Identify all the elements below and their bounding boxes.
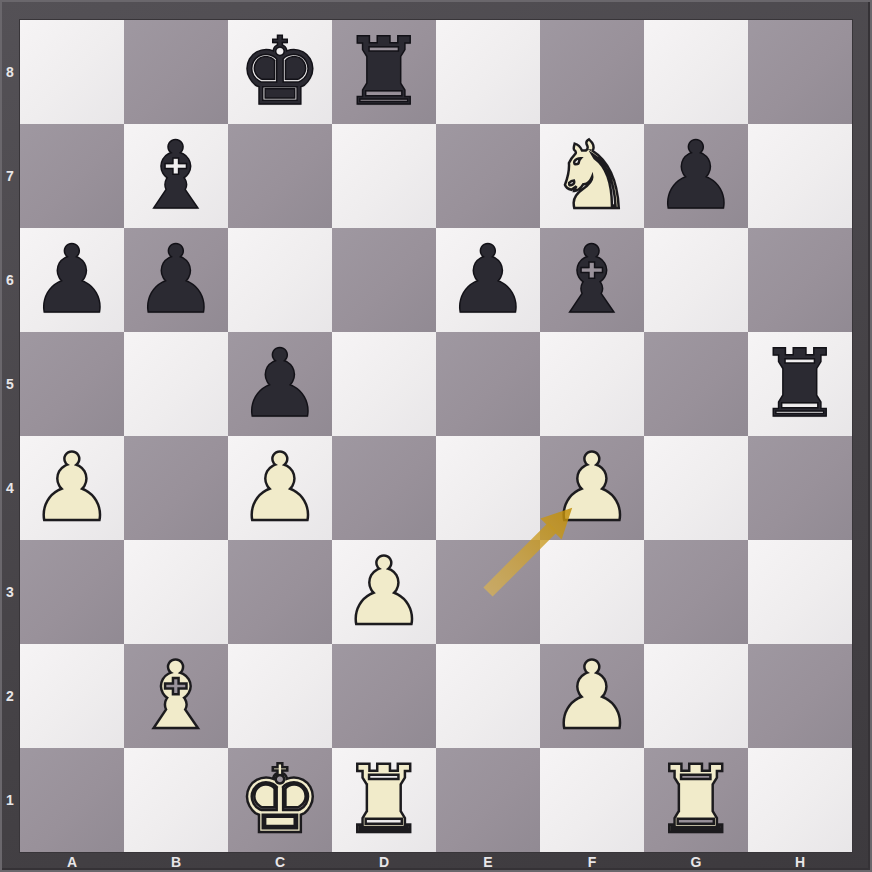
square-f8[interactable]	[540, 20, 644, 124]
square-d3[interactable]: ♟	[332, 540, 436, 644]
black-pawn-e6[interactable]: ♟	[446, 228, 530, 332]
square-g1[interactable]: ♜	[644, 748, 748, 852]
square-h8[interactable]	[748, 20, 852, 124]
rank-labels: 87654321	[0, 20, 20, 852]
square-c6[interactable]	[228, 228, 332, 332]
white-knight-f7[interactable]: ♞	[550, 124, 634, 228]
square-c4[interactable]: ♟	[228, 436, 332, 540]
black-pawn-a6[interactable]: ♟	[30, 228, 114, 332]
square-e7[interactable]	[436, 124, 540, 228]
square-a5[interactable]	[20, 332, 124, 436]
square-e4[interactable]	[436, 436, 540, 540]
square-b7[interactable]: ♝	[124, 124, 228, 228]
square-b4[interactable]	[124, 436, 228, 540]
rank-label-2: 2	[0, 644, 20, 748]
square-g3[interactable]	[644, 540, 748, 644]
square-d7[interactable]	[332, 124, 436, 228]
square-g6[interactable]	[644, 228, 748, 332]
square-a3[interactable]	[20, 540, 124, 644]
square-g7[interactable]: ♟	[644, 124, 748, 228]
square-g8[interactable]	[644, 20, 748, 124]
square-c2[interactable]	[228, 644, 332, 748]
square-g2[interactable]	[644, 644, 748, 748]
square-f2[interactable]: ♟	[540, 644, 644, 748]
square-c1[interactable]: ♚	[228, 748, 332, 852]
white-pawn-f4[interactable]: ♟	[550, 436, 634, 540]
square-f7[interactable]: ♞	[540, 124, 644, 228]
square-h1[interactable]	[748, 748, 852, 852]
chess-board[interactable]: ♚♜♝♞♟♟♟♟♝♟♜♟♟♟♟♝♟♚♜♜	[20, 20, 852, 852]
rank-label-5: 5	[0, 332, 20, 436]
rank-label-3: 3	[0, 540, 20, 644]
square-a2[interactable]	[20, 644, 124, 748]
square-d6[interactable]	[332, 228, 436, 332]
square-b1[interactable]	[124, 748, 228, 852]
square-a6[interactable]: ♟	[20, 228, 124, 332]
rank-label-4: 4	[0, 436, 20, 540]
square-d2[interactable]	[332, 644, 436, 748]
square-a4[interactable]: ♟	[20, 436, 124, 540]
square-f6[interactable]: ♝	[540, 228, 644, 332]
file-label-G: G	[644, 852, 748, 872]
file-label-E: E	[436, 852, 540, 872]
square-f3[interactable]	[540, 540, 644, 644]
rank-label-1: 1	[0, 748, 20, 852]
square-e5[interactable]	[436, 332, 540, 436]
black-rook-h5[interactable]: ♜	[758, 332, 842, 436]
file-label-A: A	[20, 852, 124, 872]
square-d1[interactable]: ♜	[332, 748, 436, 852]
file-label-F: F	[540, 852, 644, 872]
file-labels: ABCDEFGH	[20, 852, 852, 872]
black-pawn-g7[interactable]: ♟	[654, 124, 738, 228]
square-e1[interactable]	[436, 748, 540, 852]
square-b5[interactable]	[124, 332, 228, 436]
square-a1[interactable]	[20, 748, 124, 852]
square-g4[interactable]	[644, 436, 748, 540]
file-label-H: H	[748, 852, 852, 872]
square-f4[interactable]: ♟	[540, 436, 644, 540]
square-e8[interactable]	[436, 20, 540, 124]
square-d4[interactable]	[332, 436, 436, 540]
square-h4[interactable]	[748, 436, 852, 540]
square-b6[interactable]: ♟	[124, 228, 228, 332]
square-d8[interactable]: ♜	[332, 20, 436, 124]
square-b3[interactable]	[124, 540, 228, 644]
square-h2[interactable]	[748, 644, 852, 748]
square-a8[interactable]	[20, 20, 124, 124]
square-h3[interactable]	[748, 540, 852, 644]
square-h5[interactable]: ♜	[748, 332, 852, 436]
white-rook-g1[interactable]: ♜	[654, 748, 738, 852]
file-label-D: D	[332, 852, 436, 872]
black-bishop-b7[interactable]: ♝	[134, 124, 218, 228]
chess-board-window: 87654321 ABCDEFGH ♚♜♝♞♟♟♟♟♝♟♜♟♟♟♟♝♟♚♜♜	[0, 0, 872, 872]
square-e6[interactable]: ♟	[436, 228, 540, 332]
square-h6[interactable]	[748, 228, 852, 332]
square-c3[interactable]	[228, 540, 332, 644]
black-king-c8[interactable]: ♚	[238, 20, 322, 124]
white-pawn-a4[interactable]: ♟	[30, 436, 114, 540]
black-pawn-c5[interactable]: ♟	[238, 332, 322, 436]
white-pawn-f2[interactable]: ♟	[550, 644, 634, 748]
square-c8[interactable]: ♚	[228, 20, 332, 124]
square-h7[interactable]	[748, 124, 852, 228]
white-king-c1[interactable]: ♚	[238, 748, 322, 852]
rank-label-8: 8	[0, 20, 20, 124]
file-label-B: B	[124, 852, 228, 872]
rank-label-6: 6	[0, 228, 20, 332]
black-rook-d8[interactable]: ♜	[342, 20, 426, 124]
square-e2[interactable]	[436, 644, 540, 748]
square-c5[interactable]: ♟	[228, 332, 332, 436]
square-b2[interactable]: ♝	[124, 644, 228, 748]
white-rook-d1[interactable]: ♜	[342, 748, 426, 852]
white-pawn-c4[interactable]: ♟	[238, 436, 322, 540]
square-e3[interactable]	[436, 540, 540, 644]
square-f1[interactable]	[540, 748, 644, 852]
square-a7[interactable]	[20, 124, 124, 228]
rank-label-7: 7	[0, 124, 20, 228]
square-c7[interactable]	[228, 124, 332, 228]
black-pawn-b6[interactable]: ♟	[134, 228, 218, 332]
file-label-C: C	[228, 852, 332, 872]
square-b8[interactable]	[124, 20, 228, 124]
square-g5[interactable]	[644, 332, 748, 436]
white-bishop-b2[interactable]: ♝	[134, 644, 218, 748]
white-pawn-d3[interactable]: ♟	[342, 540, 426, 644]
square-d5[interactable]	[332, 332, 436, 436]
black-bishop-f6[interactable]: ♝	[550, 228, 634, 332]
square-f5[interactable]	[540, 332, 644, 436]
